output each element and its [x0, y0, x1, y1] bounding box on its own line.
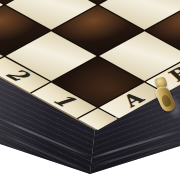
- rank-label: 1: [48, 92, 79, 109]
- chess-box-photo: 21AB: [0, 0, 180, 180]
- rank-label: 2: [2, 66, 33, 83]
